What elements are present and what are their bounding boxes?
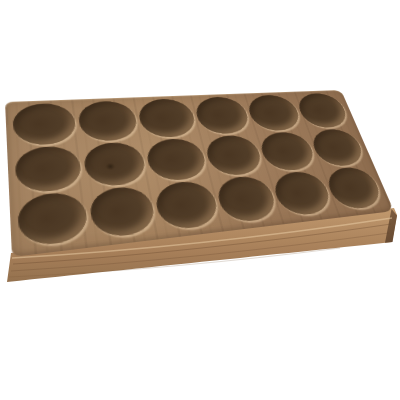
pit-r1-c2[interactable] — [76, 100, 139, 142]
pit-r2-c4[interactable] — [202, 134, 265, 177]
pit-r3-c4[interactable] — [213, 175, 279, 224]
pit-r1-c6[interactable] — [294, 93, 351, 129]
pit-r1-c5[interactable] — [244, 94, 303, 131]
pit-r1-c1[interactable] — [12, 103, 77, 146]
pit-r3-c5[interactable] — [270, 170, 335, 217]
pit-r2-c5[interactable] — [257, 131, 319, 173]
pit-r3-c6[interactable] — [322, 166, 385, 211]
photo-backdrop — [0, 0, 400, 400]
pit-r1-c4[interactable] — [192, 96, 252, 135]
pit-r2-c2[interactable] — [82, 141, 148, 188]
pit-r2-c6[interactable] — [307, 128, 367, 168]
pit-r3-c1[interactable] — [17, 191, 89, 247]
pit-r3-c3[interactable] — [153, 180, 221, 231]
pit-r3-c2[interactable] — [87, 185, 157, 239]
wood-knot — [105, 163, 116, 171]
pit-r1-c3[interactable] — [136, 98, 198, 138]
pit-r2-c3[interactable] — [144, 137, 209, 182]
pit-r2-c1[interactable] — [14, 145, 82, 194]
